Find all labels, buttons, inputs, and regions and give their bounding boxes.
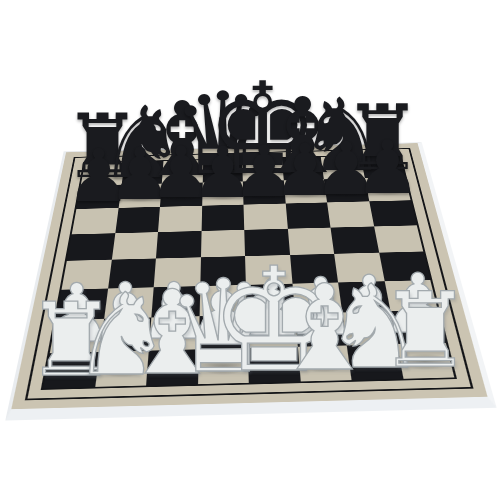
pieces-layer: ♜♞♝♛♚♝♞♜♟♟♟♟♟♟♟♟♟♟♟♟♟♟♟♟♜♞♝♛♚♝♞♜ [0,0,500,500]
black-pawn-h7: ♟ [354,130,420,204]
chess-photo-stage: ♜♞♝♛♚♝♞♜♟♟♟♟♟♟♟♟♟♟♟♟♟♟♟♟♜♞♝♛♚♝♞♜ [0,0,500,500]
white-rook-h1: ♜ [379,279,472,383]
